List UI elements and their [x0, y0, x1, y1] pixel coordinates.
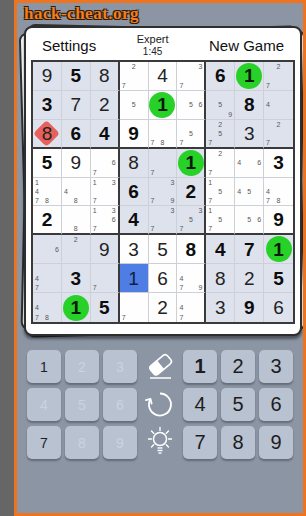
user-digit: 1 [244, 66, 255, 85]
cell-r6c6[interactable]: 357 [177, 206, 206, 235]
pencil-marks: 1367 [91, 206, 118, 233]
cell-r4c5[interactable]: 7 [149, 149, 178, 178]
pencil-key-1[interactable]: 1 [27, 350, 61, 383]
given-digit: 8 [186, 240, 197, 259]
user-digit: 2 [99, 95, 110, 114]
digit-key-3[interactable]: 3 [259, 350, 293, 383]
pencil-key-6[interactable]: 6 [103, 388, 137, 421]
given-digit: 8 [244, 95, 255, 114]
cell-r8c8[interactable]: 2 [235, 264, 264, 293]
cell-r7c7[interactable]: 4 [206, 235, 235, 264]
pencil-key-3[interactable]: 3 [103, 350, 137, 383]
cell-r6c9[interactable]: 9 [264, 206, 293, 235]
pencil-marks: 357 [177, 206, 204, 233]
cell-r2c4[interactable]: 5 [120, 91, 149, 120]
cell-r4c7[interactable]: 27 [206, 149, 235, 178]
user-digit: 2 [157, 298, 168, 317]
pencil-marks: 7 [120, 293, 148, 322]
cell-r8c9[interactable]: 5 [264, 264, 293, 293]
cell-r6c3[interactable]: 1367 [91, 206, 120, 235]
cell-r8c2[interactable]: 3 [62, 264, 91, 293]
cell-r3c3[interactable]: 4 [91, 120, 120, 149]
cell-r9c4[interactable]: 7 [120, 293, 149, 322]
pencil-marks: 478 [264, 178, 293, 206]
cell-r7c9[interactable]: 1 [264, 235, 293, 264]
cell-r2c6[interactable]: 56 [177, 91, 206, 120]
cell-r7c8[interactable]: 7 [235, 235, 264, 264]
pencil-marks: 45 [235, 178, 263, 206]
digit-keypad: 123456789 [183, 350, 293, 459]
cell-r4c9[interactable]: 3 [264, 149, 293, 178]
given-digit: 9 [244, 298, 255, 317]
user-digit: 3 [128, 240, 139, 259]
given-digit: 9 [128, 124, 139, 143]
pencil-marks: 57 [177, 120, 204, 147]
user-digit: 4 [157, 66, 168, 85]
cell-r8c4[interactable]: 1 [120, 264, 149, 293]
pencil-marks: 1478 [33, 178, 61, 206]
cell-r5c9[interactable]: 478 [264, 178, 293, 207]
cell-r6c5[interactable]: 37 [149, 206, 178, 235]
cell-r1c2[interactable]: 5 [62, 62, 91, 91]
cell-r1c5[interactable]: 4 [149, 62, 178, 91]
pencil-marks: 7 [149, 149, 177, 177]
user-digit: 6 [157, 269, 168, 288]
cell-r2c1[interactable]: 3 [33, 91, 62, 120]
cell-r7c3[interactable]: 9 [91, 235, 120, 264]
given-digit: 2 [186, 182, 197, 201]
pencil-marks: 5 [120, 91, 148, 119]
user-digit: 1 [273, 240, 284, 259]
sudoku-board: 9582743761273725156598486497857257327596… [31, 60, 295, 324]
pencil-marks: 78 [149, 120, 177, 147]
cell-r9c6[interactable]: 47 [177, 293, 206, 322]
cell-r1c8[interactable]: 1 [235, 62, 264, 91]
cell-r9c3[interactable]: 5 [91, 293, 120, 322]
user-digit: 9 [99, 240, 110, 259]
undo-icon [143, 388, 177, 421]
user-digit: 8 [128, 153, 139, 172]
pencil-marks: 157 [206, 178, 234, 206]
cell-r1c9[interactable]: 27 [264, 62, 293, 91]
cell-r2c5[interactable]: 1 [149, 91, 178, 120]
cell-r7c1[interactable]: 6 [33, 235, 62, 264]
given-digit: 7 [244, 240, 255, 259]
pencil-key-7[interactable]: 7 [27, 426, 61, 459]
pencil-marks: 59 [206, 91, 234, 119]
digit-key-6[interactable]: 6 [259, 388, 293, 421]
cell-r3c7[interactable]: 257 [206, 120, 235, 149]
cell-r2c2[interactable]: 7 [62, 91, 91, 120]
user-digit: 2 [244, 269, 255, 288]
pencil-marks: 2 [62, 235, 90, 263]
pencil-marks: 27 [264, 120, 293, 147]
cell-r4c6[interactable]: 1 [177, 149, 206, 178]
user-digit: 5 [157, 240, 168, 259]
given-digit: 4 [128, 210, 139, 229]
app-screen: hack-cheat.org Settings Expert 1:45 New … [14, 0, 306, 516]
pencil-marks: 27 [206, 149, 234, 177]
cell-r4c4[interactable]: 8 [120, 149, 149, 178]
user-digit: 1 [71, 298, 82, 317]
lightbulb-icon [143, 424, 177, 460]
settings-button[interactable]: Settings [42, 37, 96, 54]
cell-r6c2[interactable]: 8 [62, 206, 91, 235]
difficulty-timer: Expert 1:45 [137, 33, 169, 56]
digit-key-2[interactable]: 2 [221, 350, 255, 383]
cell-r2c8[interactable]: 8 [235, 91, 264, 120]
pencil-key-8[interactable]: 8 [65, 426, 99, 459]
cell-r3c8[interactable]: 3 [235, 120, 264, 149]
given-digit: 3 [71, 269, 82, 288]
cell-r5c8[interactable]: 45 [235, 178, 264, 207]
cell-r2c7[interactable]: 59 [206, 91, 235, 120]
user-digit: 9 [42, 66, 53, 85]
given-digit: 4 [99, 124, 110, 143]
cell-r5c1[interactable]: 1478 [33, 178, 62, 207]
pencil-marks: 137 [91, 178, 118, 206]
digit-key-4[interactable]: 4 [183, 388, 217, 421]
cell-r1c1[interactable]: 9 [33, 62, 62, 91]
pencil-key-2[interactable]: 2 [65, 350, 99, 383]
cell-r1c3[interactable]: 8 [91, 62, 120, 91]
pencil-marks: 56 [235, 206, 263, 233]
cell-r9c8[interactable]: 9 [235, 293, 264, 322]
user-digit: 1 [157, 95, 168, 114]
digit-key-1[interactable]: 1 [183, 350, 217, 383]
pencil-marks: 4 [264, 91, 293, 119]
cell-r6c4[interactable]: 4 [120, 206, 149, 235]
cell-r3c9[interactable]: 27 [264, 120, 293, 149]
pencil-marks: 379 [149, 178, 177, 206]
cell-r9c1[interactable]: 478 [33, 293, 62, 322]
cell-r6c8[interactable]: 56 [235, 206, 264, 235]
user-digit: 1 [186, 153, 197, 172]
digit-key-9[interactable]: 9 [259, 426, 293, 459]
given-digit: 5 [99, 298, 110, 317]
user-digit: 9 [71, 153, 82, 172]
pencil-marks: 47 [177, 293, 204, 322]
watermark-text: hack-cheat.org [24, 4, 139, 24]
cell-r1c4[interactable]: 27 [120, 62, 149, 91]
eraser-icon [143, 351, 177, 384]
new-game-button[interactable]: New Game [209, 37, 284, 54]
user-digit: 6 [273, 298, 284, 317]
cell-r6c7[interactable]: 157 [206, 206, 235, 235]
user-digit: 8 [215, 269, 226, 288]
cell-r7c2[interactable]: 2 [62, 235, 91, 264]
cell-r3c6[interactable]: 57 [177, 120, 206, 149]
pencil-marks: 157 [206, 206, 234, 233]
pencil-marks: 7 [91, 264, 118, 292]
pencil-key-4[interactable]: 4 [27, 388, 61, 421]
given-digit: 4 [215, 240, 226, 259]
given-digit: 5 [273, 269, 284, 288]
cell-r6c1[interactable]: 2 [33, 206, 62, 235]
given-digit: 6 [71, 124, 82, 143]
cell-r5c3[interactable]: 137 [91, 178, 120, 207]
user-digit: 8 [99, 66, 110, 85]
cell-r5c7[interactable]: 157 [206, 178, 235, 207]
cell-r5c6[interactable]: 2 [177, 178, 206, 207]
user-digit: 3 [215, 298, 226, 317]
hint-button[interactable] [142, 424, 178, 459]
given-digit: 9 [273, 210, 284, 229]
pencil-marks: 27 [120, 62, 148, 90]
cell-r9c7[interactable]: 3 [206, 293, 235, 322]
cell-r7c4[interactable]: 3 [120, 235, 149, 264]
given-digit: 5 [71, 66, 82, 85]
pencil-marks: 6 [33, 235, 61, 263]
top-bar: Settings Expert 1:45 New Game [26, 28, 300, 60]
pencil-marks: 67 [91, 149, 118, 177]
given-digit: 6 [128, 182, 139, 201]
cell-r1c6[interactable]: 37 [177, 62, 206, 91]
cell-r5c4[interactable]: 6 [120, 178, 149, 207]
undo-button[interactable] [142, 387, 178, 422]
cell-r8c1[interactable]: 47 [33, 264, 62, 293]
cell-r3c2[interactable]: 6 [62, 120, 91, 149]
cell-r3c1[interactable]: 8 [33, 120, 62, 149]
cell-r5c2[interactable]: 48 [62, 178, 91, 207]
given-digit: 2 [42, 210, 53, 229]
keypad-area: 123456789 [27, 350, 293, 459]
pencil-marks: 47 [33, 264, 61, 292]
cell-r9c9[interactable]: 6 [264, 293, 293, 322]
cell-r2c9[interactable]: 4 [264, 91, 293, 120]
digit-key-5[interactable]: 5 [221, 388, 255, 421]
pencil-key-9[interactable]: 9 [103, 426, 137, 459]
cell-r2c3[interactable]: 2 [91, 91, 120, 120]
cell-r4c8[interactable]: 46 [235, 149, 264, 178]
given-digit: 5 [42, 153, 53, 172]
user-digit: 8 [42, 124, 53, 143]
pencil-marks: 48 [62, 178, 90, 206]
timer-label: 1:45 [137, 46, 169, 57]
cell-r4c2[interactable]: 9 [62, 149, 91, 178]
pencil-marks: 478 [33, 293, 61, 322]
cell-r8c6[interactable]: 479 [177, 264, 206, 293]
pencil-marks: 479 [177, 264, 204, 292]
given-digit: 6 [215, 66, 226, 85]
cell-r7c6[interactable]: 8 [177, 235, 206, 264]
pencil-key-5[interactable]: 5 [65, 388, 99, 421]
difficulty-label: Expert [137, 33, 169, 45]
pencil-marks: 37 [177, 62, 204, 90]
user-digit: 3 [244, 124, 255, 143]
cell-r5c5[interactable]: 379 [149, 178, 178, 207]
cell-r8c5[interactable]: 6 [149, 264, 178, 293]
user-digit: 1 [128, 269, 139, 288]
tool-buttons [138, 350, 182, 459]
given-digit: 3 [273, 153, 284, 172]
game-card: Settings Expert 1:45 New Game 9582743761… [24, 26, 302, 336]
user-digit: 7 [71, 95, 82, 114]
cell-r3c4[interactable]: 9 [120, 120, 149, 149]
cell-r4c3[interactable]: 67 [91, 149, 120, 178]
eraser-button[interactable] [142, 350, 178, 385]
pencil-keypad: 123456789 [27, 350, 137, 459]
pencil-marks: 8 [62, 206, 90, 233]
cell-r3c5[interactable]: 78 [149, 120, 178, 149]
pencil-marks: 56 [177, 91, 204, 119]
cell-r9c2[interactable]: 1 [62, 293, 91, 322]
digit-key-7[interactable]: 7 [183, 426, 217, 459]
cell-r1c7[interactable]: 6 [206, 62, 235, 91]
cell-r9c5[interactable]: 2 [149, 293, 178, 322]
pencil-marks: 257 [206, 120, 234, 147]
pencil-marks: 27 [264, 62, 293, 90]
pencil-marks: 46 [235, 149, 263, 177]
cell-r7c5[interactable]: 5 [149, 235, 178, 264]
digit-key-8[interactable]: 8 [221, 426, 255, 459]
cell-r8c3[interactable]: 7 [91, 264, 120, 293]
pencil-marks: 37 [149, 206, 177, 233]
given-digit: 3 [42, 95, 53, 114]
cell-r8c7[interactable]: 8 [206, 264, 235, 293]
cell-r4c1[interactable]: 5 [33, 149, 62, 178]
